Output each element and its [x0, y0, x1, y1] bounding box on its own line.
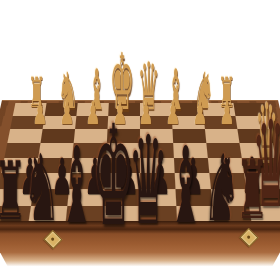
- black-pawn: ♟: [50, 152, 74, 202]
- white-pawn: ♟: [59, 98, 76, 130]
- white-pawn: ♟: [85, 98, 102, 130]
- white-queen: ♛: [254, 93, 279, 176]
- white-queen: ♛: [136, 54, 161, 119]
- black-pawn: ♟: [18, 152, 42, 202]
- black-pawn: ♟: [181, 152, 205, 202]
- white-rook: ♜: [217, 72, 236, 114]
- white-pawn: ♟: [32, 98, 49, 130]
- black-bishop: ♝: [167, 133, 206, 239]
- black-knight: ♞: [21, 143, 63, 235]
- black-pawn: ♟: [240, 151, 264, 201]
- black-rook: ♜: [0, 151, 28, 232]
- white-pawn: ♟: [138, 98, 155, 130]
- white-pawn: ♟: [165, 98, 182, 130]
- black-queen: ♛: [126, 120, 170, 242]
- black-rook: ♜: [234, 150, 270, 231]
- black-pawn: ♟: [116, 152, 140, 202]
- black-pawn: ♟: [214, 152, 238, 202]
- white-bishop: ♝: [166, 62, 187, 118]
- black-knight: ♞: [201, 143, 243, 235]
- white-knight: ♞: [56, 66, 80, 116]
- white-bishop: ♝: [87, 62, 108, 118]
- white-pawn: ♟: [192, 98, 209, 130]
- black-queen: ♛: [250, 105, 280, 225]
- black-pawn: ♟: [83, 152, 107, 202]
- chess-product-photo: ♜♞♝♚♛♝♞♜♟♟♟♟♟♟♟♟♟♟♟♟♟♟♟♟♜♞♝♚♛♝♞♜♛♛: [0, 0, 280, 280]
- white-rook: ♜: [27, 72, 46, 114]
- black-pawn: ♟: [148, 152, 172, 202]
- white-pawn: ♟: [112, 98, 129, 130]
- black-bishop: ♝: [58, 133, 97, 239]
- white-king: ♚: [108, 44, 136, 122]
- white-pawn: ♟: [219, 98, 236, 130]
- black-king: ♚: [89, 107, 136, 246]
- pieces-layer: ♜♞♝♚♛♝♞♜♟♟♟♟♟♟♟♟♟♟♟♟♟♟♟♟♜♞♝♚♛♝♞♜♛♛: [0, 0, 280, 280]
- white-knight: ♞: [192, 66, 216, 116]
